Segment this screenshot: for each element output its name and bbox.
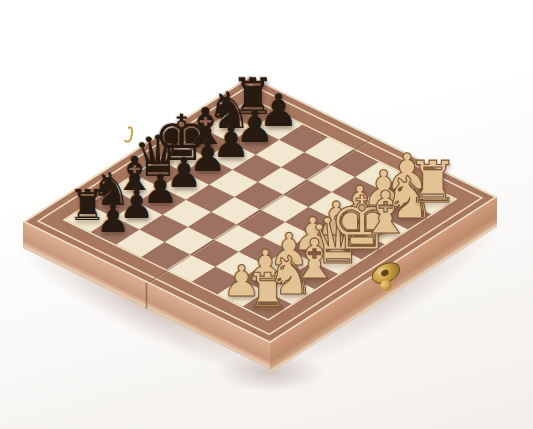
- piece-black-pawn-h7[interactable]: ♟: [258, 89, 298, 134]
- chess-set-photo: ♜♞♝♛♚♝♞♜♟♟♟♟♟♟♟♟♟♟♟♟♟♟♟♟♜♞♝♛♚♝♞♜: [0, 0, 533, 429]
- fold-seam-edge: [146, 282, 148, 309]
- piece-white-rook-h1[interactable]: ♜: [407, 154, 459, 212]
